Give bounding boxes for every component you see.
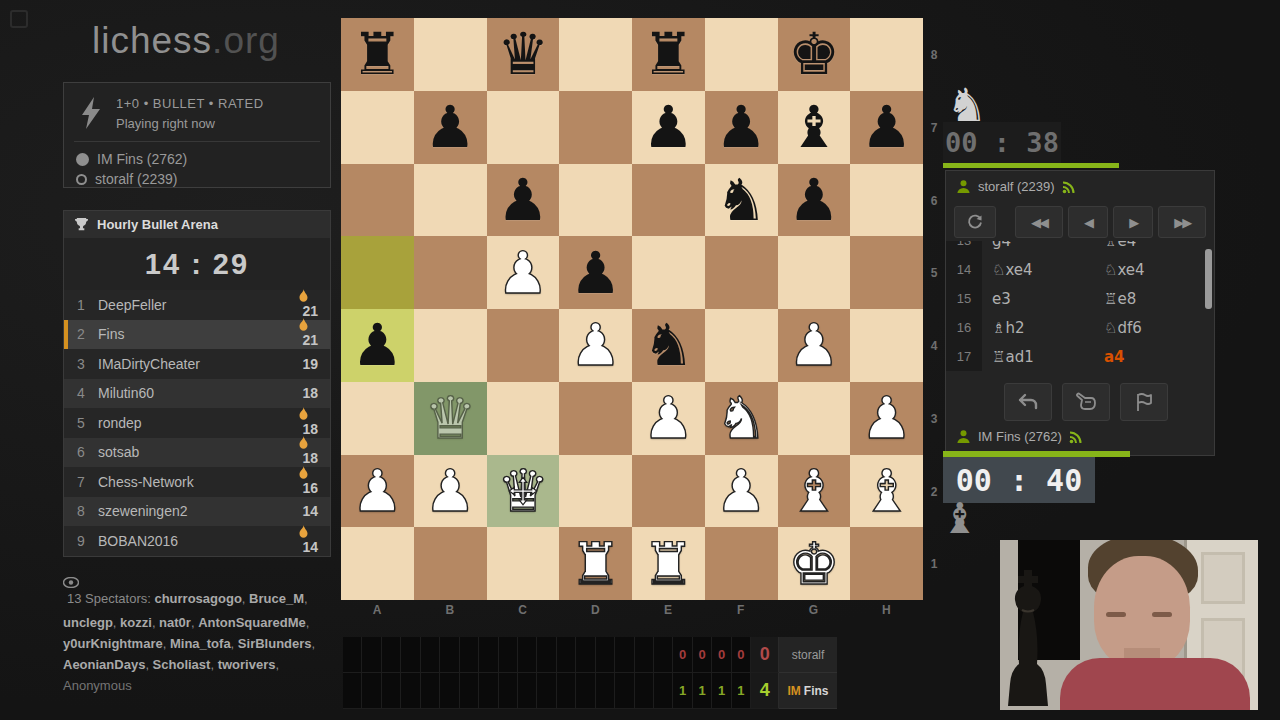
- game-cell-empty: [654, 637, 673, 673]
- game-cell-empty: [635, 673, 654, 709]
- game-result-cell: 0: [673, 637, 692, 673]
- stream-signal-icon: [1062, 180, 1076, 194]
- square-a5[interactable]: [341, 236, 414, 309]
- standings-score: 19: [302, 356, 330, 372]
- square-g2[interactable]: ♝: [778, 455, 851, 528]
- game-result-cell: 0: [732, 637, 751, 673]
- white-pawn[interactable]: ♟: [487, 236, 560, 309]
- square-f4[interactable]: [705, 309, 778, 382]
- standings-rank: 3: [64, 356, 98, 372]
- square-b3[interactable]: ♛: [414, 382, 487, 455]
- square-f7[interactable]: ♟: [705, 91, 778, 164]
- standings-rank: 4: [64, 385, 98, 401]
- game-cell-empty: [576, 673, 595, 709]
- black-bishop[interactable]: ♝: [778, 91, 851, 164]
- move-number: 17: [946, 342, 982, 371]
- file-label-B: B: [414, 603, 486, 617]
- move-row: 15e3♖e8: [946, 284, 1214, 313]
- takeback-arrow-icon: [1017, 393, 1039, 411]
- square-d6[interactable]: [559, 164, 632, 237]
- move-number: 15: [946, 284, 982, 313]
- lichess-page: lichess.org 1+0 • BULLET • RATED Playing…: [0, 0, 1280, 720]
- white-move[interactable]: ♖ad1: [982, 348, 1094, 366]
- square-a1[interactable]: [341, 527, 414, 600]
- spectator-name[interactable]: unclegp: [63, 615, 113, 630]
- white-pawn[interactable]: ♟: [632, 382, 705, 455]
- square-g3[interactable]: [778, 382, 851, 455]
- square-g7[interactable]: ♝: [778, 91, 851, 164]
- standings-player-name: rondep: [98, 415, 298, 431]
- game-cell-empty: [401, 673, 420, 709]
- standings-score: 14: [298, 525, 330, 557]
- square-g8[interactable]: ♚: [778, 18, 851, 91]
- rank-label-2: 2: [928, 485, 940, 499]
- chess-board[interactable]: ♜♛♜♚♟♟♟♝♟♟♞♟♟♟♟♟♞♟♛♟♞♟♟♟♛♟♝♝♜♜♚: [341, 18, 923, 600]
- streak-flame-icon: [298, 289, 318, 303]
- online-user-icon: [956, 429, 971, 444]
- rank-label-6: 6: [928, 194, 940, 208]
- standings-rank: 7: [64, 474, 98, 490]
- game-cell-empty: [537, 673, 556, 709]
- black-player-name: storalf (2239): [978, 179, 1055, 194]
- square-h2[interactable]: ♝: [850, 455, 923, 528]
- square-b7[interactable]: ♟: [414, 91, 487, 164]
- black-king[interactable]: ♚: [778, 18, 851, 91]
- move-number: 16: [946, 313, 982, 342]
- black-move[interactable]: ♘df6: [1094, 319, 1206, 337]
- game-cell-empty: [440, 637, 459, 673]
- move-row: 14♘xe4♘xe4: [946, 255, 1214, 284]
- square-d2[interactable]: [559, 455, 632, 528]
- game-cell-empty: [421, 637, 440, 673]
- white-player-name: IM Fins (2762): [978, 429, 1062, 444]
- square-e7[interactable]: ♟: [632, 91, 705, 164]
- eye-icon: [63, 577, 339, 588]
- white-move[interactable]: ♗h2: [982, 319, 1094, 337]
- spectator-name[interactable]: AeonianDays: [63, 657, 145, 672]
- black-knight[interactable]: ♞: [705, 164, 778, 237]
- standings-score: 18: [302, 385, 330, 401]
- square-c6[interactable]: ♟: [487, 164, 560, 237]
- divider: [74, 141, 320, 142]
- standings-row[interactable]: 8szeweningen214: [64, 497, 330, 527]
- game-cell-empty: [343, 673, 362, 709]
- game-cell-empty: [382, 637, 401, 673]
- spectator-name[interactable]: Bruce_M: [249, 591, 304, 606]
- white-move[interactable]: ♘xe4: [982, 261, 1094, 279]
- move-row: 16♗h2♘df6: [946, 313, 1214, 342]
- captured-black-bishop-icon: ♝: [941, 498, 979, 540]
- white-player-label: IM Fins (2762): [97, 151, 187, 167]
- square-a8[interactable]: ♜: [341, 18, 414, 91]
- rank-label-8: 8: [928, 48, 940, 62]
- square-e4[interactable]: ♞: [632, 309, 705, 382]
- standings-score: 21: [298, 289, 330, 321]
- square-f3[interactable]: ♞: [705, 382, 778, 455]
- game-cell-empty: [557, 637, 576, 673]
- file-label-F: F: [705, 603, 777, 617]
- game-cell-empty: [557, 673, 576, 709]
- spectator-name[interactable]: nat0r: [159, 615, 191, 630]
- spectators-names: churrosagogo, Bruce_M, unclegp, kozzi, n…: [63, 591, 315, 693]
- standings-score: 21: [298, 318, 330, 350]
- file-label-H: H: [850, 603, 922, 617]
- rank-label-3: 3: [928, 412, 940, 426]
- file-label-G: G: [778, 603, 850, 617]
- spectators-block: 13 Spectators: churrosagogo, Bruce_M, un…: [63, 577, 339, 696]
- hand-icon: [1075, 392, 1097, 412]
- square-h7[interactable]: ♟: [850, 91, 923, 164]
- black-color-icon: [76, 174, 87, 185]
- previous-move-button[interactable]: ◀: [1068, 206, 1108, 238]
- spectator-anonymous: Anonymous: [63, 678, 132, 693]
- game-cell-empty: [615, 637, 634, 673]
- tournament-score-sheet: 00000storalf11114IMFins: [343, 637, 837, 709]
- tournament-standings: 1DeepFeller212Fins213IMaDirtyCheater194M…: [64, 290, 330, 556]
- square-c8[interactable]: ♛: [487, 18, 560, 91]
- game-cell-empty: [596, 637, 615, 673]
- square-f8[interactable]: [705, 18, 778, 91]
- resign-button[interactable]: [1120, 383, 1168, 421]
- game-cell-empty: [615, 673, 634, 709]
- standings-score: 18: [298, 407, 330, 439]
- square-c5[interactable]: ♟: [487, 236, 560, 309]
- square-b6[interactable]: [414, 164, 487, 237]
- square-d4[interactable]: ♟: [559, 309, 632, 382]
- square-c3[interactable]: [487, 382, 560, 455]
- black-move[interactable]: ♗e4: [1094, 241, 1206, 250]
- giant-chess-king-statue: [1002, 570, 1054, 710]
- game-cell-empty: [362, 673, 381, 709]
- spectator-name[interactable]: kozzi: [120, 615, 152, 630]
- standings-player-name: szeweningen2: [98, 503, 302, 519]
- streak-flame-icon: [298, 407, 318, 421]
- move-list: 13g4♗e414♘xe4♘xe415e3♖e816♗h2♘df617♖ad1a…: [946, 241, 1214, 379]
- white-king[interactable]: ♚: [778, 527, 851, 600]
- game-cell-empty: [421, 673, 440, 709]
- rank-label-1: 1: [928, 557, 940, 571]
- square-d5[interactable]: ♟: [559, 236, 632, 309]
- score-sheet-row: 11114IMFins: [343, 673, 837, 709]
- square-h1[interactable]: [850, 527, 923, 600]
- file-label-E: E: [632, 603, 704, 617]
- move-list-scrollbar[interactable]: [1205, 249, 1212, 309]
- white-player-panel-row[interactable]: IM Fins (2762): [956, 429, 1083, 444]
- game-cell-empty: [479, 673, 498, 709]
- last-move-button[interactable]: ▶▶: [1158, 206, 1206, 238]
- black-knight[interactable]: ♞: [632, 309, 705, 382]
- square-d8[interactable]: [559, 18, 632, 91]
- square-f1[interactable]: [705, 527, 778, 600]
- game-result-cell: 1: [693, 673, 712, 709]
- game-side-panel: storalf (2239) ◀◀ ◀ ▶ ▶▶ 13g4♗e414♘xe4♘x…: [945, 170, 1215, 456]
- tournament-header[interactable]: Hourly Bullet Arena: [64, 211, 330, 238]
- standings-rank: 5: [64, 415, 98, 431]
- spectator-name[interactable]: SirBlunders: [238, 636, 312, 651]
- game-result-cell: 0: [712, 637, 731, 673]
- score-player-name: IMFins: [779, 673, 837, 709]
- tournament-clock: 14 : 29: [64, 238, 330, 290]
- standings-player-name: sotsab: [98, 444, 298, 460]
- white-move[interactable]: g4: [982, 241, 1094, 250]
- square-g1[interactable]: ♚: [778, 527, 851, 600]
- cycle-variations-button[interactable]: [954, 206, 996, 238]
- player-name: Fins: [804, 684, 829, 698]
- streamer-webcam: [1000, 540, 1258, 710]
- square-g5[interactable]: [778, 236, 851, 309]
- flag-icon: [1135, 393, 1153, 412]
- game-cell-empty: [401, 637, 420, 673]
- game-cell-empty: [518, 637, 537, 673]
- game-cell-empty: [479, 637, 498, 673]
- game-action-buttons: [1004, 383, 1168, 421]
- square-c4[interactable]: [487, 309, 560, 382]
- spectator-name[interactable]: Scholiast: [153, 657, 211, 672]
- square-d1[interactable]: ♜: [559, 527, 632, 600]
- tournament-title: Hourly Bullet Arena: [97, 217, 218, 232]
- move-number: 14: [946, 255, 982, 284]
- black-player-panel-row[interactable]: storalf (2239): [956, 179, 1076, 194]
- black-player-label: storalf (2239): [95, 171, 177, 187]
- game-cell-empty: [499, 673, 518, 709]
- logo-main: lichess: [92, 20, 212, 61]
- square-b1[interactable]: [414, 527, 487, 600]
- square-d3[interactable]: [559, 382, 632, 455]
- square-e3[interactable]: ♟: [632, 382, 705, 455]
- square-f6[interactable]: ♞: [705, 164, 778, 237]
- square-c2[interactable]: ♛: [487, 455, 560, 528]
- white-pawn[interactable]: ♟: [559, 309, 632, 382]
- file-label-D: D: [559, 603, 631, 617]
- white-knight[interactable]: ♞: [705, 382, 778, 455]
- black-rook[interactable]: ♜: [341, 18, 414, 91]
- square-e2[interactable]: [632, 455, 705, 528]
- first-move-button[interactable]: ◀◀: [1015, 206, 1063, 238]
- standings-row[interactable]: 4Milutin6018: [64, 379, 330, 409]
- black-move[interactable]: ♖e8: [1094, 290, 1206, 308]
- spectators-count: 13 Spectators:: [67, 591, 151, 606]
- white-pawn[interactable]: ♟: [414, 455, 487, 528]
- square-b2[interactable]: ♟: [414, 455, 487, 528]
- square-b5[interactable]: [414, 236, 487, 309]
- standings-rank: 2: [64, 326, 98, 342]
- white-pawn[interactable]: ♟: [778, 309, 851, 382]
- white-pawn[interactable]: ♟: [850, 382, 923, 455]
- square-a7[interactable]: [341, 91, 414, 164]
- square-f5[interactable]: [705, 236, 778, 309]
- standings-player-name: BOBAN2016: [98, 533, 298, 549]
- square-e6[interactable]: [632, 164, 705, 237]
- game-cell-empty: [440, 673, 459, 709]
- trophy-icon: [74, 217, 89, 232]
- game-cell-empty: [518, 673, 537, 709]
- white-move[interactable]: e3: [982, 290, 1094, 308]
- square-b8[interactable]: [414, 18, 487, 91]
- streamer-shirt: [1060, 658, 1250, 710]
- square-e8[interactable]: ♜: [632, 18, 705, 91]
- score-total-cell: 4: [751, 673, 779, 709]
- lichess-logo[interactable]: lichess.org: [92, 20, 280, 62]
- streak-flame-icon: [298, 436, 318, 450]
- standings-score: 14: [302, 503, 330, 519]
- spectator-name[interactable]: churrosagogo: [154, 591, 241, 606]
- game-cell-empty: [596, 673, 615, 709]
- streamer-brow: [1152, 612, 1172, 617]
- black-pawn[interactable]: ♟: [705, 91, 778, 164]
- standings-player-name: DeepFeller: [98, 297, 298, 313]
- white-bishop[interactable]: ♝: [850, 455, 923, 528]
- rank-label-4: 4: [928, 339, 940, 353]
- spectator-name[interactable]: tworivers: [218, 657, 276, 672]
- bullet-lightning-icon: [80, 97, 102, 129]
- square-a3[interactable]: [341, 382, 414, 455]
- game-cell-empty: [576, 637, 595, 673]
- square-e5[interactable]: [632, 236, 705, 309]
- draw-offer-button[interactable]: [1062, 383, 1110, 421]
- square-b4[interactable]: [414, 309, 487, 382]
- game-result-cell: 1: [732, 673, 751, 709]
- white-color-icon: [76, 153, 89, 166]
- standings-row[interactable]: 5rondep18: [64, 408, 330, 438]
- standings-score: 16: [298, 466, 330, 498]
- logo-suffix: .org: [212, 20, 280, 61]
- black-move[interactable]: ♘xe4: [1094, 261, 1206, 279]
- square-a6[interactable]: [341, 164, 414, 237]
- black-pawn[interactable]: ♟: [778, 164, 851, 237]
- standings-row[interactable]: 6sotsab18: [64, 438, 330, 468]
- white-pawn[interactable]: ♟: [341, 455, 414, 528]
- stream-signal-icon: [1069, 430, 1083, 444]
- file-label-C: C: [487, 603, 559, 617]
- standings-score: 18: [298, 436, 330, 468]
- black-pawn[interactable]: ♟: [632, 91, 705, 164]
- game-status-label: Playing right now: [116, 116, 215, 131]
- white-player-row[interactable]: IM Fins (2762): [76, 151, 187, 167]
- square-h6[interactable]: [850, 164, 923, 237]
- game-cell-empty: [460, 673, 479, 709]
- streak-flame-icon: [298, 466, 318, 480]
- black-clock: 00 : 38: [943, 122, 1061, 163]
- standings-player-name: Chess-Network: [98, 474, 298, 490]
- black-pawn[interactable]: ♟: [414, 91, 487, 164]
- game-cell-empty: [382, 673, 401, 709]
- move-row: 17♖ad1a4: [946, 342, 1214, 371]
- game-cell-empty: [654, 673, 673, 709]
- black-time-bar: [943, 163, 1119, 168]
- move-row: 13g4♗e4: [946, 241, 1214, 255]
- square-d7[interactable]: [559, 91, 632, 164]
- standings-row[interactable]: 9BOBAN201614: [64, 526, 330, 556]
- square-h3[interactable]: ♟: [850, 382, 923, 455]
- move-number: 13: [946, 241, 982, 255]
- white-bishop[interactable]: ♝: [778, 455, 851, 528]
- game-result-cell: 1: [673, 673, 692, 709]
- standings-rank: 8: [64, 503, 98, 519]
- game-cell-empty: [362, 637, 381, 673]
- standings-rank: 9: [64, 533, 98, 549]
- square-e1[interactable]: ♜: [632, 527, 705, 600]
- score-player-name: storalf: [779, 637, 837, 673]
- standings-player-name: Fins: [98, 326, 298, 342]
- square-h4[interactable]: [850, 309, 923, 382]
- square-a2[interactable]: ♟: [341, 455, 414, 528]
- standings-rank: 1: [64, 297, 98, 313]
- corner-overlay-icon: [10, 10, 28, 28]
- next-move-button[interactable]: ▶: [1113, 206, 1153, 238]
- standings-row[interactable]: 2Fins21: [64, 320, 330, 350]
- square-h5[interactable]: [850, 236, 923, 309]
- square-c7[interactable]: [487, 91, 560, 164]
- standings-player-name: IMaDirtyCheater: [98, 356, 302, 372]
- game-cell-empty: [635, 637, 654, 673]
- black-move-current[interactable]: a4: [1094, 348, 1206, 366]
- spectator-name[interactable]: Mina_tofa: [170, 636, 231, 651]
- square-f2[interactable]: ♟: [705, 455, 778, 528]
- tournament-box: Hourly Bullet Arena 14 : 29 1DeepFeller2…: [63, 210, 331, 557]
- square-g4[interactable]: ♟: [778, 309, 851, 382]
- streak-flame-icon: [298, 318, 318, 332]
- replay-controls: ◀◀ ◀ ▶ ▶▶: [954, 206, 1206, 238]
- white-queen-ghost[interactable]: ♛: [414, 382, 487, 455]
- standings-row[interactable]: 1DeepFeller21: [64, 290, 330, 320]
- time-control-label: 1+0 • BULLET • RATED: [116, 96, 264, 111]
- white-rook[interactable]: ♜: [632, 527, 705, 600]
- standings-row[interactable]: 3IMaDirtyCheater19: [64, 349, 330, 379]
- game-cell-empty: [499, 637, 518, 673]
- square-g6[interactable]: ♟: [778, 164, 851, 237]
- white-pawn[interactable]: ♟: [705, 455, 778, 528]
- black-pawn[interactable]: ♟: [850, 91, 923, 164]
- game-result-cell: 0: [693, 637, 712, 673]
- square-a4[interactable]: ♟: [341, 309, 414, 382]
- game-cell-empty: [343, 637, 362, 673]
- black-rook[interactable]: ♜: [632, 18, 705, 91]
- spectator-name[interactable]: y0urKnightmare: [63, 636, 163, 651]
- square-h8[interactable]: [850, 18, 923, 91]
- file-label-A: A: [341, 603, 413, 617]
- game-cell-empty: [537, 637, 556, 673]
- black-pawn[interactable]: ♟: [559, 236, 632, 309]
- streak-flame-icon: [298, 525, 318, 539]
- score-total-cell: 0: [751, 637, 779, 673]
- game-result-cell: 1: [712, 673, 731, 709]
- spectator-name[interactable]: AntonSquaredMe: [198, 615, 306, 630]
- game-info-box: 1+0 • BULLET • RATED Playing right now I…: [63, 82, 331, 188]
- standings-row[interactable]: 7Chess-Network16: [64, 467, 330, 497]
- title-badge: IM: [788, 684, 801, 698]
- black-player-row[interactable]: storalf (2239): [76, 171, 177, 187]
- takeback-button[interactable]: [1004, 383, 1052, 421]
- black-pawn[interactable]: ♟: [341, 309, 414, 382]
- score-sheet-row: 00000storalf: [343, 637, 837, 673]
- white-rook[interactable]: ♜: [559, 527, 632, 600]
- standings-rank: 6: [64, 444, 98, 460]
- rank-label-7: 7: [928, 121, 940, 135]
- online-user-icon: [956, 179, 971, 194]
- standings-player-name: Milutin60: [98, 385, 302, 401]
- square-c1[interactable]: [487, 527, 560, 600]
- rank-label-5: 5: [928, 266, 940, 280]
- white-queen[interactable]: ♛: [487, 455, 560, 528]
- game-cell-empty: [460, 637, 479, 673]
- streamer-brow: [1106, 612, 1126, 617]
- black-queen[interactable]: ♛: [487, 18, 560, 91]
- black-pawn[interactable]: ♟: [487, 164, 560, 237]
